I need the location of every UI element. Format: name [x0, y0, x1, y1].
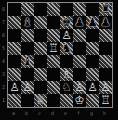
square-b7[interactable]: ♝ [21, 16, 34, 29]
square-e8[interactable] [60, 3, 73, 16]
square-a7[interactable] [8, 16, 21, 29]
file-label-b: b [20, 109, 33, 118]
square-e2[interactable]: ♘ [60, 81, 73, 94]
rank-label-4: 4 [0, 55, 7, 68]
file-label-h: h [98, 109, 111, 118]
chess-diagram: 87654321 ♜♝♚♟♟♟♙♖♞♝♗♙♙♘♙♙♙♕♔♖ abcdefgh [0, 0, 118, 120]
square-f6[interactable] [73, 29, 86, 42]
square-f8[interactable] [73, 3, 86, 16]
square-c4[interactable] [34, 55, 47, 68]
square-e6[interactable]: ♙ [60, 29, 73, 42]
rank-label-2: 2 [0, 81, 7, 94]
square-d1[interactable] [47, 94, 60, 107]
square-f3[interactable] [73, 68, 86, 81]
white-pawn: ♙ [74, 81, 84, 94]
file-label-f: f [72, 109, 85, 118]
white-king: ♔ [74, 94, 84, 107]
white-pawn: ♙ [87, 81, 97, 94]
square-g8[interactable] [86, 3, 99, 16]
square-g4[interactable] [86, 55, 99, 68]
white-rook: ♖ [48, 42, 58, 55]
black-pawn: ♟ [74, 16, 84, 29]
square-b4[interactable]: ♝ [21, 55, 34, 68]
square-h4[interactable] [99, 55, 112, 68]
square-a2[interactable]: ♙ [8, 81, 21, 94]
square-e4[interactable] [60, 55, 73, 68]
black-pawn: ♟ [100, 16, 110, 29]
black-king: ♚ [61, 16, 71, 29]
black-bishop: ♝ [22, 55, 32, 68]
square-d7[interactable] [47, 16, 60, 29]
square-h3[interactable] [99, 68, 112, 81]
square-f2[interactable]: ♙ [73, 81, 86, 94]
file-label-a: a [7, 109, 20, 118]
square-f4[interactable] [73, 55, 86, 68]
square-h5[interactable] [99, 42, 112, 55]
square-h7[interactable]: ♟ [99, 16, 112, 29]
square-a4[interactable] [8, 55, 21, 68]
square-c3[interactable] [34, 68, 47, 81]
file-label-g: g [85, 109, 98, 118]
square-b5[interactable] [21, 42, 34, 55]
square-b3[interactable] [21, 68, 34, 81]
rank-label-6: 6 [0, 29, 7, 42]
square-c1[interactable]: ♕ [34, 94, 47, 107]
square-g5[interactable] [86, 42, 99, 55]
square-c2[interactable] [34, 81, 47, 94]
file-label-e: e [59, 109, 72, 118]
rank-label-8: 8 [0, 3, 7, 16]
square-e3[interactable]: ♗ [60, 68, 73, 81]
white-pawn: ♙ [22, 81, 32, 94]
black-rook: ♜ [100, 3, 110, 16]
square-f7[interactable]: ♟ [73, 16, 86, 29]
square-c6[interactable] [34, 29, 47, 42]
file-label-d: d [46, 109, 59, 118]
square-c5[interactable] [34, 42, 47, 55]
black-bishop: ♝ [22, 16, 32, 29]
square-h6[interactable] [99, 29, 112, 42]
square-e7[interactable]: ♚ [60, 16, 73, 29]
white-pawn: ♙ [100, 81, 110, 94]
rank-label-3: 3 [0, 68, 7, 81]
square-c8[interactable] [34, 3, 47, 16]
square-a1[interactable] [8, 94, 21, 107]
square-a5[interactable] [8, 42, 21, 55]
square-f5[interactable] [73, 42, 86, 55]
black-knight: ♞ [61, 42, 71, 55]
square-g7[interactable]: ♟ [86, 16, 99, 29]
square-g1[interactable] [86, 94, 99, 107]
file-label-c: c [33, 109, 46, 118]
square-d6[interactable] [47, 29, 60, 42]
rank-label-7: 7 [0, 16, 7, 29]
square-d2[interactable] [47, 81, 60, 94]
square-d8[interactable] [47, 3, 60, 16]
square-h2[interactable]: ♙ [99, 81, 112, 94]
square-d4[interactable] [47, 55, 60, 68]
square-g3[interactable] [86, 68, 99, 81]
white-pawn: ♙ [61, 29, 71, 42]
square-a8[interactable] [8, 3, 21, 16]
square-a6[interactable] [8, 29, 21, 42]
white-pawn: ♙ [9, 81, 19, 94]
chess-board: ♜♝♚♟♟♟♙♖♞♝♗♙♙♘♙♙♙♕♔♖ [7, 2, 113, 108]
square-d5[interactable]: ♖ [47, 42, 60, 55]
rank-label-5: 5 [0, 42, 7, 55]
square-h1[interactable]: ♖ [99, 94, 112, 107]
square-b6[interactable] [21, 29, 34, 42]
square-c7[interactable] [34, 16, 47, 29]
square-e5[interactable]: ♞ [60, 42, 73, 55]
white-knight: ♘ [61, 81, 71, 94]
square-h8[interactable]: ♜ [99, 3, 112, 16]
square-b8[interactable] [21, 3, 34, 16]
white-bishop: ♗ [61, 68, 71, 81]
white-rook: ♖ [100, 94, 110, 107]
square-a3[interactable] [8, 68, 21, 81]
black-pawn: ♟ [87, 16, 97, 29]
square-e1[interactable] [60, 94, 73, 107]
rank-label-1: 1 [0, 94, 7, 107]
square-g2[interactable]: ♙ [86, 81, 99, 94]
white-queen: ♕ [35, 94, 45, 107]
file-labels: abcdefgh [7, 109, 111, 118]
square-f1[interactable]: ♔ [73, 94, 86, 107]
square-b2[interactable]: ♙ [21, 81, 34, 94]
square-d3[interactable] [47, 68, 60, 81]
rank-labels: 87654321 [0, 3, 7, 107]
square-b1[interactable] [21, 94, 34, 107]
square-g6[interactable] [86, 29, 99, 42]
